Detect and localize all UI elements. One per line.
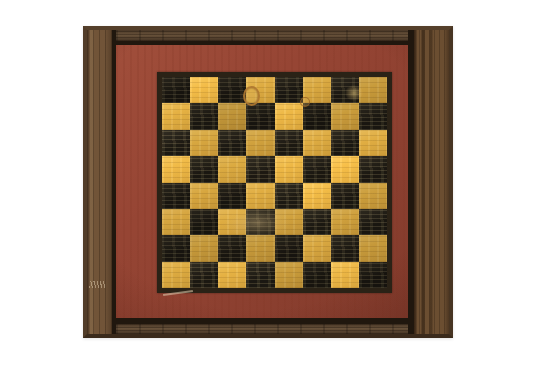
square-r6c7[interactable]: [359, 235, 387, 261]
photo-background: [0, 0, 550, 366]
square-r5c2[interactable]: [218, 209, 246, 235]
square-r4c3[interactable]: [246, 183, 274, 209]
square-r3c0[interactable]: [162, 156, 190, 182]
square-r2c1[interactable]: [190, 130, 218, 156]
square-r3c5[interactable]: [303, 156, 331, 182]
left-breadboard-end: [87, 30, 112, 334]
square-r0c1[interactable]: [190, 77, 218, 103]
square-r5c5[interactable]: [303, 209, 331, 235]
square-r1c1[interactable]: [190, 103, 218, 129]
square-r3c4[interactable]: [275, 156, 303, 182]
bottom-seam: [116, 318, 408, 324]
square-r3c2[interactable]: [218, 156, 246, 182]
square-r5c1[interactable]: [190, 209, 218, 235]
square-r1c4[interactable]: [275, 103, 303, 129]
square-r6c5[interactable]: [303, 235, 331, 261]
square-r0c0[interactable]: [162, 77, 190, 103]
square-r2c0[interactable]: [162, 130, 190, 156]
square-r1c7[interactable]: [359, 103, 387, 129]
square-r7c6[interactable]: [331, 262, 359, 288]
square-r1c0[interactable]: [162, 103, 190, 129]
square-r4c6[interactable]: [331, 183, 359, 209]
right-seam: [408, 30, 414, 334]
square-r6c2[interactable]: [218, 235, 246, 261]
square-r2c7[interactable]: [359, 130, 387, 156]
square-r2c5[interactable]: [303, 130, 331, 156]
square-r1c3[interactable]: [246, 103, 274, 129]
square-r2c2[interactable]: [218, 130, 246, 156]
bottom-rail: [116, 324, 408, 334]
square-r7c2[interactable]: [218, 262, 246, 288]
checkerboard-grid: [162, 77, 387, 288]
square-r6c6[interactable]: [331, 235, 359, 261]
square-r4c2[interactable]: [218, 183, 246, 209]
checkerboard-border: [157, 72, 392, 293]
painted-red-border: [116, 45, 408, 318]
square-r3c6[interactable]: [331, 156, 359, 182]
checkerboard-object: [83, 26, 453, 338]
square-r0c3[interactable]: [246, 77, 274, 103]
square-r0c4[interactable]: [275, 77, 303, 103]
square-r6c1[interactable]: [190, 235, 218, 261]
square-r5c3[interactable]: [246, 209, 274, 235]
square-r4c4[interactable]: [275, 183, 303, 209]
square-r6c3[interactable]: [246, 235, 274, 261]
square-r5c6[interactable]: [331, 209, 359, 235]
square-r2c6[interactable]: [331, 130, 359, 156]
square-r5c7[interactable]: [359, 209, 387, 235]
square-r5c4[interactable]: [275, 209, 303, 235]
square-r6c4[interactable]: [275, 235, 303, 261]
square-r4c7[interactable]: [359, 183, 387, 209]
top-rail: [116, 30, 408, 41]
square-r1c6[interactable]: [331, 103, 359, 129]
square-r7c0[interactable]: [162, 262, 190, 288]
square-r4c1[interactable]: [190, 183, 218, 209]
square-r1c5[interactable]: [303, 103, 331, 129]
square-r4c5[interactable]: [303, 183, 331, 209]
square-r2c4[interactable]: [275, 130, 303, 156]
square-r2c3[interactable]: [246, 130, 274, 156]
square-r0c6[interactable]: [331, 77, 359, 103]
square-r0c5[interactable]: [303, 77, 331, 103]
square-r1c2[interactable]: [218, 103, 246, 129]
square-r7c1[interactable]: [190, 262, 218, 288]
square-r3c1[interactable]: [190, 156, 218, 182]
square-r0c7[interactable]: [359, 77, 387, 103]
square-r0c2[interactable]: [218, 77, 246, 103]
square-r3c7[interactable]: [359, 156, 387, 182]
square-r3c3[interactable]: [246, 156, 274, 182]
square-r7c3[interactable]: [246, 262, 274, 288]
square-r5c0[interactable]: [162, 209, 190, 235]
square-r6c0[interactable]: [162, 235, 190, 261]
square-r7c5[interactable]: [303, 262, 331, 288]
square-r7c7[interactable]: [359, 262, 387, 288]
square-r7c4[interactable]: [275, 262, 303, 288]
right-breadboard-end: [414, 30, 449, 334]
square-r4c0[interactable]: [162, 183, 190, 209]
